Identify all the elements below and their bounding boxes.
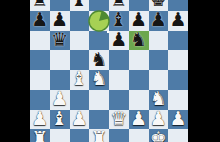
square-a1[interactable]: ♜ <box>30 129 50 142</box>
square-g6[interactable] <box>149 31 169 51</box>
square-a6[interactable] <box>30 31 50 51</box>
square-c6[interactable] <box>70 31 90 51</box>
square-f4[interactable] <box>129 70 149 90</box>
square-c2[interactable]: ♟ <box>70 110 90 130</box>
piece-black-pawn[interactable]: ♟ <box>130 10 147 29</box>
piece-white-pawn[interactable]: ♟ <box>71 109 88 128</box>
square-b6[interactable]: ♛ <box>50 31 70 51</box>
piece-white-bishop[interactable]: ♝ <box>51 109 68 128</box>
square-h2[interactable]: ♟ <box>168 110 188 130</box>
square-h4[interactable] <box>168 70 188 90</box>
square-d8[interactable] <box>89 0 109 11</box>
piece-black-bishop[interactable]: ♝ <box>110 10 127 29</box>
piece-black-queen[interactable]: ♛ <box>51 30 68 49</box>
square-g5[interactable] <box>149 50 169 70</box>
chess-board[interactable]: ♜♝♜♚♟♟♝♟♟♟♛♟♞♞♝♞♟♞♟♝♟♛♟♟♟♜♜♚ <box>30 0 188 142</box>
piece-white-rook[interactable]: ♜ <box>91 129 108 142</box>
piece-white-pawn[interactable]: ♟ <box>170 109 187 128</box>
piece-black-pawn[interactable]: ♟ <box>31 10 48 29</box>
piece-black-pawn[interactable]: ♟ <box>51 10 68 29</box>
square-d7[interactable] <box>89 11 109 31</box>
piece-white-pawn[interactable]: ♟ <box>130 109 147 128</box>
piece-white-queen[interactable]: ♛ <box>110 109 127 128</box>
square-c1[interactable] <box>70 129 90 142</box>
square-a4[interactable] <box>30 70 50 90</box>
square-h7[interactable]: ♟ <box>168 11 188 31</box>
piece-black-knight[interactable]: ♞ <box>130 30 147 49</box>
letterbox-left <box>0 0 30 142</box>
square-d3[interactable] <box>89 90 109 110</box>
square-c8[interactable]: ♝ <box>70 0 90 11</box>
square-d4[interactable]: ♞ <box>89 70 109 90</box>
piece-white-king[interactable]: ♚ <box>150 129 167 142</box>
piece-white-bishop[interactable]: ♝ <box>71 69 88 88</box>
square-d1[interactable]: ♜ <box>89 129 109 142</box>
square-b5[interactable] <box>50 50 70 70</box>
square-c7[interactable] <box>70 11 90 31</box>
chess-app-screen: ♜♝♜♚♟♟♝♟♟♟♛♟♞♞♝♞♟♞♟♝♟♛♟♟♟♜♜♚ <box>0 0 220 142</box>
square-f1[interactable] <box>129 129 149 142</box>
square-c4[interactable]: ♝ <box>70 70 90 90</box>
piece-black-bishop[interactable]: ♝ <box>71 0 88 9</box>
square-e4[interactable] <box>109 70 129 90</box>
piece-white-knight[interactable]: ♞ <box>150 89 167 108</box>
square-h1[interactable] <box>168 129 188 142</box>
square-e6[interactable]: ♟ <box>109 31 129 51</box>
piece-black-pawn[interactable]: ♟ <box>150 10 167 29</box>
piece-white-knight[interactable]: ♞ <box>91 69 108 88</box>
square-e2[interactable]: ♛ <box>109 110 129 130</box>
square-e5[interactable] <box>109 50 129 70</box>
piece-white-pawn[interactable]: ♟ <box>51 89 68 108</box>
letterbox-right <box>188 0 220 142</box>
square-e1[interactable] <box>109 129 129 142</box>
piece-black-knight[interactable]: ♞ <box>91 50 108 69</box>
piece-white-pawn[interactable]: ♟ <box>150 109 167 128</box>
square-f6[interactable]: ♞ <box>129 31 149 51</box>
square-h5[interactable] <box>168 50 188 70</box>
piece-white-pawn[interactable]: ♟ <box>31 109 48 128</box>
square-g7[interactable]: ♟ <box>149 11 169 31</box>
piece-black-pawn[interactable]: ♟ <box>110 30 127 49</box>
square-h6[interactable] <box>168 31 188 51</box>
square-a5[interactable] <box>30 50 50 70</box>
square-g1[interactable]: ♚ <box>149 129 169 142</box>
square-f2[interactable]: ♟ <box>129 110 149 130</box>
square-b1[interactable] <box>50 129 70 142</box>
square-b2[interactable]: ♝ <box>50 110 70 130</box>
square-a7[interactable]: ♟ <box>30 11 50 31</box>
square-f5[interactable] <box>129 50 149 70</box>
piece-white-rook[interactable]: ♜ <box>31 129 48 142</box>
piece-black-pawn[interactable]: ♟ <box>170 10 187 29</box>
